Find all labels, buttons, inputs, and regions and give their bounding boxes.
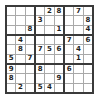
- cell-r8c5[interactable]: [45, 74, 53, 82]
- cell-r4c4[interactable]: [36, 36, 44, 44]
- cell-r2c3[interactable]: [26, 16, 34, 24]
- cell-r3c6[interactable]: 1: [55, 26, 63, 34]
- cell-r7c1[interactable]: 9: [7, 65, 15, 73]
- sudoku-box-6: 7641: [65, 36, 92, 63]
- cell-r7c2[interactable]: [16, 65, 24, 73]
- sudoku-box-3: 784: [65, 7, 92, 34]
- cell-r1c4[interactable]: [36, 7, 44, 15]
- cell-r3c5[interactable]: [45, 26, 53, 34]
- cell-r7c3[interactable]: [26, 65, 34, 73]
- sudoku-box-5: 756: [36, 36, 63, 63]
- cell-r3c4[interactable]: [36, 26, 44, 34]
- cell-r9c4[interactable]: 5: [36, 84, 44, 92]
- cell-r8c4[interactable]: [36, 74, 44, 82]
- cell-r7c5[interactable]: [45, 65, 53, 73]
- cell-r3c2[interactable]: [16, 26, 24, 34]
- sudoku-box-9: 6: [65, 65, 92, 92]
- cell-r6c8[interactable]: 1: [74, 55, 82, 63]
- cell-r1c2[interactable]: [16, 7, 24, 15]
- cell-r4c5[interactable]: [45, 36, 53, 44]
- cell-r2c9[interactable]: 8: [84, 16, 92, 24]
- sudoku-box-2: 2831: [36, 7, 63, 34]
- cell-r7c7[interactable]: 6: [65, 65, 73, 73]
- cell-r5c4[interactable]: 7: [36, 45, 44, 53]
- cell-r8c9[interactable]: [84, 74, 92, 82]
- cell-r9c9[interactable]: [84, 84, 92, 92]
- cell-r1c6[interactable]: 8: [55, 7, 63, 15]
- sudoku-board: 828317844857756764198289546: [5, 5, 94, 94]
- cell-r6c3[interactable]: 7: [26, 55, 34, 63]
- cell-r5c7[interactable]: [65, 45, 73, 53]
- cell-r4c8[interactable]: [74, 36, 82, 44]
- cell-r7c4[interactable]: 8: [36, 65, 44, 73]
- cell-r7c8[interactable]: [74, 65, 82, 73]
- cell-r1c9[interactable]: [84, 7, 92, 15]
- cell-r6c6[interactable]: [55, 55, 63, 63]
- cell-r2c8[interactable]: [74, 16, 82, 24]
- cell-r9c5[interactable]: 4: [45, 84, 53, 92]
- cell-r5c1[interactable]: [7, 45, 15, 53]
- cell-r3c7[interactable]: [65, 26, 73, 34]
- cell-r3c1[interactable]: [7, 26, 15, 34]
- sudoku-box-4: 4857: [7, 36, 34, 63]
- cell-r5c5[interactable]: 5: [45, 45, 53, 53]
- cell-r4c7[interactable]: 7: [65, 36, 73, 44]
- cell-r8c8[interactable]: [74, 74, 82, 82]
- cell-r6c9[interactable]: [84, 55, 92, 63]
- cell-r5c3[interactable]: [26, 45, 34, 53]
- cell-r5c2[interactable]: 8: [16, 45, 24, 53]
- cell-r6c7[interactable]: [65, 55, 73, 63]
- cell-r3c8[interactable]: [74, 26, 82, 34]
- cell-r1c3[interactable]: [26, 7, 34, 15]
- cell-r6c1[interactable]: 5: [7, 55, 15, 63]
- cell-r5c6[interactable]: 6: [55, 45, 63, 53]
- cell-r4c2[interactable]: 4: [16, 36, 24, 44]
- cell-r9c8[interactable]: [74, 84, 82, 92]
- cell-r6c5[interactable]: [45, 55, 53, 63]
- cell-r9c7[interactable]: [65, 84, 73, 92]
- cell-r6c2[interactable]: [16, 55, 24, 63]
- cell-r8c6[interactable]: 9: [55, 74, 63, 82]
- cell-r9c3[interactable]: [26, 84, 34, 92]
- cell-r1c5[interactable]: 2: [45, 7, 53, 15]
- cell-r7c6[interactable]: [55, 65, 63, 73]
- cell-r8c3[interactable]: [26, 74, 34, 82]
- cell-r3c3[interactable]: 8: [26, 26, 34, 34]
- cell-r4c9[interactable]: 6: [84, 36, 92, 44]
- cell-r3c9[interactable]: 4: [84, 26, 92, 34]
- cell-r8c2[interactable]: [16, 74, 24, 82]
- cell-r9c6[interactable]: [55, 84, 63, 92]
- sudoku-screenshot: 828317844857756764198289546: [0, 0, 100, 100]
- cell-r4c1[interactable]: [7, 36, 15, 44]
- cell-r1c1[interactable]: [7, 7, 15, 15]
- sudoku-box-1: 8: [7, 7, 34, 34]
- cell-r2c2[interactable]: [16, 16, 24, 24]
- cell-r5c9[interactable]: [84, 45, 92, 53]
- cell-r9c1[interactable]: [7, 84, 15, 92]
- cell-r4c3[interactable]: [26, 36, 34, 44]
- cell-r2c1[interactable]: [7, 16, 15, 24]
- cell-r4c6[interactable]: [55, 36, 63, 44]
- cell-r1c8[interactable]: 7: [74, 7, 82, 15]
- cell-r8c1[interactable]: 8: [7, 74, 15, 82]
- cell-r2c6[interactable]: [55, 16, 63, 24]
- cell-r1c7[interactable]: [65, 7, 73, 15]
- cell-r9c2[interactable]: 2: [16, 84, 24, 92]
- sudoku-box-7: 982: [7, 65, 34, 92]
- cell-r8c7[interactable]: [65, 74, 73, 82]
- cell-r2c4[interactable]: 3: [36, 16, 44, 24]
- cell-r6c4[interactable]: [36, 55, 44, 63]
- cell-r2c5[interactable]: [45, 16, 53, 24]
- cell-r2c7[interactable]: [65, 16, 73, 24]
- cell-r7c9[interactable]: [84, 65, 92, 73]
- cell-r5c8[interactable]: 4: [74, 45, 82, 53]
- sudoku-box-8: 8954: [36, 65, 63, 92]
